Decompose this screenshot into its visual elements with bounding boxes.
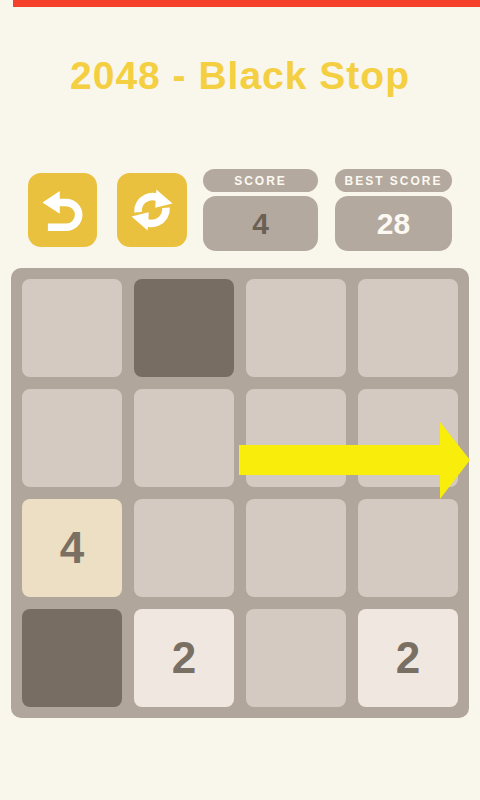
refresh-arrows-icon: [125, 183, 179, 237]
score-label-pill: SCORE: [203, 169, 318, 192]
undo-button[interactable]: [28, 173, 97, 247]
best-score-value: 28: [377, 207, 410, 241]
swipe-right-arrow-shaft: [239, 445, 441, 475]
cell-r0c0: [22, 279, 122, 377]
best-score-label-pill: BEST SCORE: [335, 169, 452, 192]
black-stop-tile-r3c0: [22, 609, 122, 707]
cell-r2c2: [246, 499, 346, 597]
tile-2-r3c1: 2: [134, 609, 234, 707]
score-label: SCORE: [234, 174, 287, 188]
swipe-right-arrow-head: [440, 422, 470, 499]
game-board[interactable]: 4 2 2: [11, 268, 469, 718]
app-screen: 2048 - Black Stop SCORE 4 BEST SCORE 28: [0, 0, 480, 800]
cell-r3c2: [246, 609, 346, 707]
top-red-banner-bar: [13, 0, 480, 7]
best-score-value-box: 28: [335, 196, 452, 251]
best-score-label: BEST SCORE: [344, 174, 442, 188]
cell-r1c0: [22, 389, 122, 487]
restart-button[interactable]: [117, 173, 187, 247]
score-value-box: 4: [203, 196, 318, 251]
black-stop-tile-r0c1: [134, 279, 234, 377]
cell-r2c1: [134, 499, 234, 597]
cell-r1c1: [134, 389, 234, 487]
cell-r0c3: [358, 279, 458, 377]
tile-2-r3c3: 2: [358, 609, 458, 707]
tile-4-r2c0: 4: [22, 499, 122, 597]
cell-r0c2: [246, 279, 346, 377]
cell-r2c3: [358, 499, 458, 597]
undo-arrow-icon: [36, 183, 90, 237]
score-value: 4: [252, 207, 269, 241]
page-title: 2048 - Black Stop: [0, 54, 480, 98]
